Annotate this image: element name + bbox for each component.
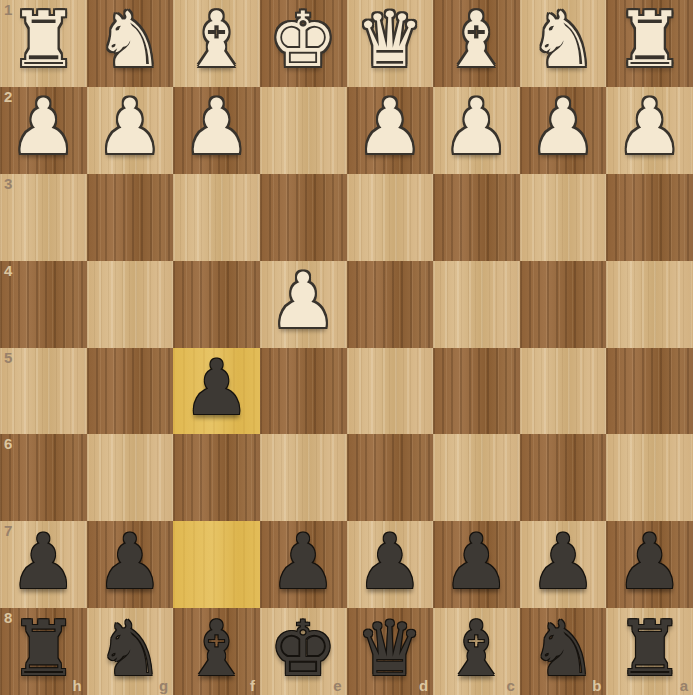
square-f4[interactable] <box>173 261 260 348</box>
square-g5[interactable] <box>87 348 174 435</box>
square-f6[interactable] <box>173 434 260 521</box>
square-g2[interactable]: ♟ <box>87 87 174 174</box>
rank-label-5: 5 <box>4 349 12 366</box>
square-c4[interactable] <box>433 261 520 348</box>
square-b1[interactable]: ♞ <box>520 0 607 87</box>
square-b3[interactable] <box>520 174 607 261</box>
square-g6[interactable] <box>87 434 174 521</box>
square-g8[interactable]: ♞g <box>87 608 174 695</box>
square-c7[interactable]: ♟ <box>433 521 520 608</box>
square-e2[interactable] <box>260 87 347 174</box>
chess-board: ♜1♞♝♚♛♝♞♜♟2♟♟♟♟♟♟34♟5♟6♟7♟♟♟♟♟♟♜8h♞g♝f♚e… <box>0 0 693 695</box>
rank-label-6: 6 <box>4 435 12 452</box>
square-e5[interactable] <box>260 348 347 435</box>
square-f7[interactable] <box>173 521 260 608</box>
square-d5[interactable] <box>347 348 434 435</box>
black-pawn[interactable]: ♟ <box>182 350 250 426</box>
file-label-f: f <box>250 677 255 694</box>
square-b8[interactable]: ♞b <box>520 608 607 695</box>
white-queen[interactable]: ♛ <box>356 2 424 78</box>
white-rook[interactable]: ♜ <box>616 2 684 78</box>
square-d2[interactable]: ♟ <box>347 87 434 174</box>
square-c3[interactable] <box>433 174 520 261</box>
square-h3[interactable]: 3 <box>0 174 87 261</box>
black-pawn[interactable]: ♟ <box>356 524 424 600</box>
square-b2[interactable]: ♟ <box>520 87 607 174</box>
black-pawn[interactable]: ♟ <box>9 524 77 600</box>
square-e7[interactable]: ♟ <box>260 521 347 608</box>
square-h4[interactable]: 4 <box>0 261 87 348</box>
square-a1[interactable]: ♜ <box>606 0 693 87</box>
black-pawn[interactable]: ♟ <box>96 524 164 600</box>
black-pawn[interactable]: ♟ <box>529 524 597 600</box>
black-knight[interactable]: ♞ <box>529 611 597 687</box>
black-pawn[interactable]: ♟ <box>616 524 684 600</box>
square-h2[interactable]: ♟2 <box>0 87 87 174</box>
white-bishop[interactable]: ♝ <box>182 2 250 78</box>
square-d3[interactable] <box>347 174 434 261</box>
square-c2[interactable]: ♟ <box>433 87 520 174</box>
white-pawn[interactable]: ♟ <box>96 89 164 165</box>
square-d1[interactable]: ♛ <box>347 0 434 87</box>
square-b5[interactable] <box>520 348 607 435</box>
white-pawn[interactable]: ♟ <box>442 89 510 165</box>
square-a6[interactable] <box>606 434 693 521</box>
white-knight[interactable]: ♞ <box>96 2 164 78</box>
square-h7[interactable]: ♟7 <box>0 521 87 608</box>
square-c1[interactable]: ♝ <box>433 0 520 87</box>
square-h5[interactable]: 5 <box>0 348 87 435</box>
square-e6[interactable] <box>260 434 347 521</box>
black-king[interactable]: ♚ <box>269 611 337 687</box>
square-a2[interactable]: ♟ <box>606 87 693 174</box>
square-d6[interactable] <box>347 434 434 521</box>
square-g7[interactable]: ♟ <box>87 521 174 608</box>
square-a8[interactable]: ♜a <box>606 608 693 695</box>
square-g4[interactable] <box>87 261 174 348</box>
square-b6[interactable] <box>520 434 607 521</box>
white-pawn[interactable]: ♟ <box>616 89 684 165</box>
white-bishop[interactable]: ♝ <box>442 2 510 78</box>
white-pawn[interactable]: ♟ <box>182 89 250 165</box>
square-f1[interactable]: ♝ <box>173 0 260 87</box>
square-f5[interactable]: ♟ <box>173 348 260 435</box>
square-c5[interactable] <box>433 348 520 435</box>
square-a5[interactable] <box>606 348 693 435</box>
black-knight[interactable]: ♞ <box>96 611 164 687</box>
square-e1[interactable]: ♚ <box>260 0 347 87</box>
square-g3[interactable] <box>87 174 174 261</box>
black-queen[interactable]: ♛ <box>356 611 424 687</box>
square-h8[interactable]: ♜8h <box>0 608 87 695</box>
rank-label-3: 3 <box>4 175 12 192</box>
square-e4[interactable]: ♟ <box>260 261 347 348</box>
square-d4[interactable] <box>347 261 434 348</box>
square-f8[interactable]: ♝f <box>173 608 260 695</box>
white-pawn[interactable]: ♟ <box>529 89 597 165</box>
rank-label-4: 4 <box>4 262 12 279</box>
square-a4[interactable] <box>606 261 693 348</box>
square-c6[interactable] <box>433 434 520 521</box>
white-pawn[interactable]: ♟ <box>356 89 424 165</box>
black-bishop[interactable]: ♝ <box>442 611 510 687</box>
black-bishop[interactable]: ♝ <box>182 611 250 687</box>
white-knight[interactable]: ♞ <box>529 2 597 78</box>
white-pawn[interactable]: ♟ <box>269 263 337 339</box>
black-rook[interactable]: ♜ <box>9 611 77 687</box>
square-d7[interactable]: ♟ <box>347 521 434 608</box>
square-b4[interactable] <box>520 261 607 348</box>
square-h6[interactable]: 6 <box>0 434 87 521</box>
square-e3[interactable] <box>260 174 347 261</box>
square-h1[interactable]: ♜1 <box>0 0 87 87</box>
square-a7[interactable]: ♟ <box>606 521 693 608</box>
white-pawn[interactable]: ♟ <box>9 89 77 165</box>
square-b7[interactable]: ♟ <box>520 521 607 608</box>
square-c8[interactable]: ♝c <box>433 608 520 695</box>
white-rook[interactable]: ♜ <box>9 2 77 78</box>
square-e8[interactable]: ♚e <box>260 608 347 695</box>
white-king[interactable]: ♚ <box>269 2 337 78</box>
square-g1[interactable]: ♞ <box>87 0 174 87</box>
square-a3[interactable] <box>606 174 693 261</box>
square-d8[interactable]: ♛d <box>347 608 434 695</box>
square-f2[interactable]: ♟ <box>173 87 260 174</box>
black-pawn[interactable]: ♟ <box>269 524 337 600</box>
black-pawn[interactable]: ♟ <box>442 524 510 600</box>
square-f3[interactable] <box>173 174 260 261</box>
black-rook[interactable]: ♜ <box>616 611 684 687</box>
